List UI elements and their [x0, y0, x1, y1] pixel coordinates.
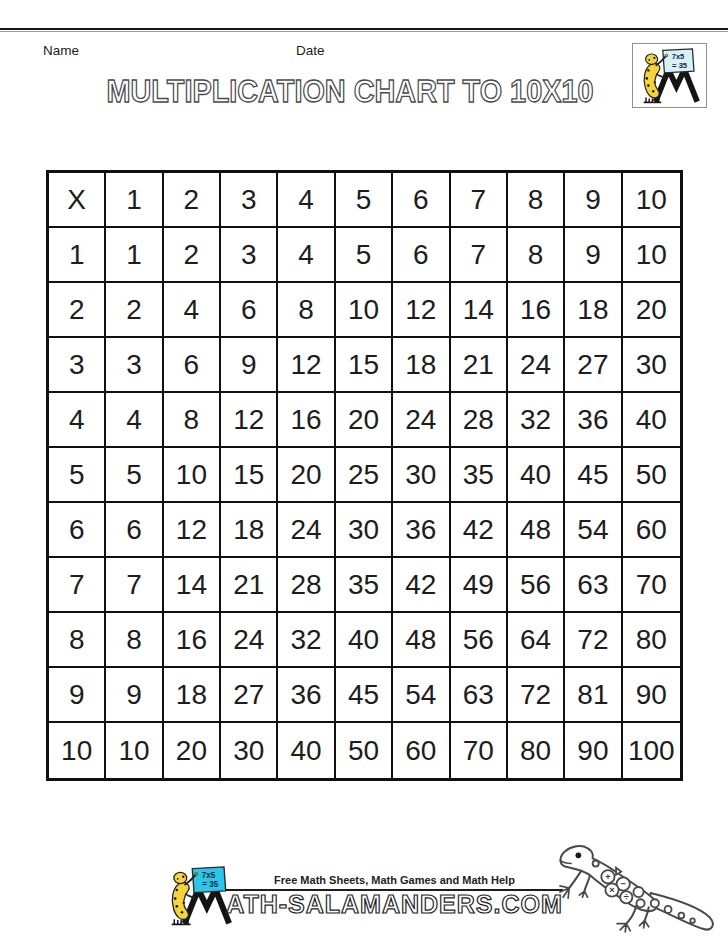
grid-cell: 9 [565, 228, 622, 283]
grid-cell: 70 [451, 723, 508, 778]
grid-cell: 12 [221, 393, 278, 448]
gecko-divide-symbol: ÷ [624, 892, 629, 902]
grid-header-cell: 2 [164, 173, 221, 228]
grid-cell: 12 [278, 338, 335, 393]
grid-cell: 6 [393, 228, 450, 283]
grid-cell: 2 [106, 283, 163, 338]
grid-cell: 28 [451, 393, 508, 448]
grid-cell: 1 [106, 228, 163, 283]
grid-header-cell: 1 [106, 173, 163, 228]
grid-cell: 30 [623, 338, 680, 393]
grid-cell: 6 [164, 338, 221, 393]
grid-cell: 12 [164, 503, 221, 558]
grid-cell: 8 [106, 613, 163, 668]
grid-cell: 50 [336, 723, 393, 778]
grid-cell: 50 [623, 448, 680, 503]
grid-header-cell: 8 [508, 173, 565, 228]
grid-cell: 40 [278, 723, 335, 778]
grid-cell: 21 [221, 558, 278, 613]
grid-cell: 24 [393, 393, 450, 448]
grid-cell: 36 [393, 503, 450, 558]
grid-cell: 3 [106, 338, 163, 393]
grid-cell: 42 [393, 558, 450, 613]
grid-cell: 40 [336, 613, 393, 668]
gecko-times-symbol: × [609, 885, 614, 895]
grid-cell: 5 [106, 448, 163, 503]
grid-cell: 27 [221, 668, 278, 723]
top-rule-shadow [0, 31, 728, 32]
grid-cell: 16 [164, 613, 221, 668]
grid-cell: 25 [336, 448, 393, 503]
grid-cell: 56 [508, 558, 565, 613]
grid-cell: 63 [451, 668, 508, 723]
grid-cell: 100 [623, 723, 680, 778]
grid-cell: 3 [221, 228, 278, 283]
grid-cell: 14 [451, 283, 508, 338]
footer-text-block: Free Math Sheets, Math Games and Math He… [226, 866, 563, 919]
grid-cell: 40 [508, 448, 565, 503]
grid-cell: 20 [336, 393, 393, 448]
grid-cell: 24 [508, 338, 565, 393]
grid-cell: 27 [565, 338, 622, 393]
grid-cell: 40 [623, 393, 680, 448]
grid-cell: 18 [393, 338, 450, 393]
grid-cell: 7 [451, 228, 508, 283]
grid-cell: 10 [623, 228, 680, 283]
grid-cell: 24 [221, 613, 278, 668]
grid-cell: 10 [164, 448, 221, 503]
grid-cell: 70 [623, 558, 680, 613]
grid-cell: 48 [393, 613, 450, 668]
grid-cell: 8 [164, 393, 221, 448]
grid-cell: 18 [565, 283, 622, 338]
grid-cell: 35 [451, 448, 508, 503]
grid-header-cell: 7 [49, 558, 106, 613]
grid-cell: 30 [221, 723, 278, 778]
gecko-minus-symbol: − [621, 879, 626, 889]
grid-cell: 28 [278, 558, 335, 613]
worksheet-page: 7x5 = 35 [0, 0, 728, 942]
grid-header-cell: 4 [49, 393, 106, 448]
grid-cell: 72 [508, 668, 565, 723]
grid-cell: 60 [393, 723, 450, 778]
grid-cell: 20 [623, 283, 680, 338]
page-title: MULTIPLICATION CHART TO 10X10 [25, 74, 676, 110]
grid-cell: 48 [508, 503, 565, 558]
grid-cell: 64 [508, 613, 565, 668]
grid-cell: 18 [164, 668, 221, 723]
grid-cell: 4 [278, 228, 335, 283]
grid-cell: 45 [565, 448, 622, 503]
grid-cell: 14 [164, 558, 221, 613]
grid-cell: 45 [336, 668, 393, 723]
grid-header-cell: 10 [49, 723, 106, 778]
multiplication-grid: X123456789101123456789102246810121416182… [46, 170, 683, 781]
grid-cell: 80 [623, 613, 680, 668]
grid-header-cell: 10 [623, 173, 680, 228]
grid-cell: 12 [393, 283, 450, 338]
top-rule [0, 28, 728, 30]
grid-cell: 18 [221, 503, 278, 558]
grid-cell: 16 [508, 283, 565, 338]
grid-cell: 20 [278, 448, 335, 503]
grid-header-cell: 1 [49, 228, 106, 283]
grid-cell: 60 [623, 503, 680, 558]
grid-cell: 8 [278, 283, 335, 338]
grid-cell: 24 [278, 503, 335, 558]
grid-cell: 54 [565, 503, 622, 558]
grid-cell: 49 [451, 558, 508, 613]
grid-cell: 36 [565, 393, 622, 448]
grid-header-cell: 3 [49, 338, 106, 393]
grid-header-cell: 9 [49, 668, 106, 723]
grid-cell: 90 [565, 723, 622, 778]
grid-cell: 5 [336, 228, 393, 283]
grid-cell: 8 [508, 228, 565, 283]
grid-cell: 10 [336, 283, 393, 338]
grid-header-cell: 3 [221, 173, 278, 228]
grid-cell: 54 [393, 668, 450, 723]
grid-header-cell: 7 [451, 173, 508, 228]
grid-header-cell: 6 [393, 173, 450, 228]
name-label: Name [43, 43, 79, 58]
grid-cell: 90 [623, 668, 680, 723]
grid-cell: 30 [336, 503, 393, 558]
grid-header-cell: 5 [336, 173, 393, 228]
grid-cell: 15 [221, 448, 278, 503]
grid-cell: 72 [565, 613, 622, 668]
grid-header-cell: 4 [278, 173, 335, 228]
grid-cell: 16 [278, 393, 335, 448]
grid-cell: 21 [451, 338, 508, 393]
grid-header-cell: 5 [49, 448, 106, 503]
footer-tagline: Free Math Sheets, Math Games and Math He… [226, 874, 563, 886]
grid-cell: 63 [565, 558, 622, 613]
grid-cell: 20 [164, 723, 221, 778]
grid-cell: 81 [565, 668, 622, 723]
gecko-icon: + − × ÷ [548, 836, 728, 940]
grid-cell: 35 [336, 558, 393, 613]
date-label: Date [296, 43, 325, 58]
grid-cell: 4 [106, 393, 163, 448]
grid-header-cell: X [49, 173, 106, 228]
grid-cell: 30 [393, 448, 450, 503]
grid-header-cell: 2 [49, 283, 106, 338]
grid-cell: 15 [336, 338, 393, 393]
grid-cell: 32 [508, 393, 565, 448]
grid-cell: 42 [451, 503, 508, 558]
gecko-plus-symbol: + [605, 872, 610, 882]
grid-header-cell: 6 [49, 503, 106, 558]
footer-easel-logo-icon [165, 866, 235, 926]
grid-cell: 9 [106, 668, 163, 723]
site-name: ATH-SALAMANDERS.COM [226, 891, 563, 919]
grid-cell: 6 [221, 283, 278, 338]
grid-cell: 56 [451, 613, 508, 668]
grid-cell: 4 [164, 283, 221, 338]
grid-cell: 10 [106, 723, 163, 778]
grid-cell: 36 [278, 668, 335, 723]
grid-cell: 7 [106, 558, 163, 613]
grid-cell: 2 [164, 228, 221, 283]
grid-header-cell: 9 [565, 173, 622, 228]
grid-header-cell: 8 [49, 613, 106, 668]
grid-cell: 6 [106, 503, 163, 558]
grid-cell: 80 [508, 723, 565, 778]
grid-cell: 9 [221, 338, 278, 393]
grid-cell: 32 [278, 613, 335, 668]
